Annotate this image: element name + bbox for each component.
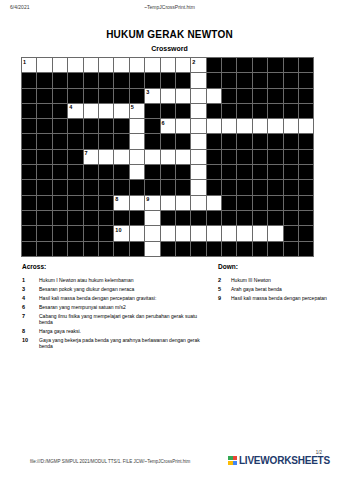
black-cell [268,73,282,87]
black-cell [253,211,267,225]
black-cell [284,196,298,210]
letter-cell[interactable] [191,226,205,240]
black-cell [268,165,282,179]
black-cell [268,196,282,210]
letter-cell[interactable] [299,119,313,133]
black-cell [84,165,98,179]
black-cell [84,242,98,256]
black-cell [114,134,128,148]
black-cell [268,242,282,256]
letter-cell[interactable]: 9 [145,196,159,210]
clue-text: Gaya yang bekerja pada benda yang arahny… [39,337,210,350]
black-cell [130,73,144,87]
letter-cell[interactable] [268,226,282,240]
black-cell [53,211,67,225]
letter-cell[interactable] [207,119,221,133]
black-cell [99,134,113,148]
down-clues-section: Down: 2Hukum III Newton5Arah gaya berat … [218,263,334,304]
down-clues-list: 2Hukum III Newton5Arah gaya berat benda9… [218,277,334,301]
clue-number-label: 9 [146,196,149,202]
clue-number: 3 [22,286,32,292]
black-cell [53,150,67,164]
black-cell [176,104,190,118]
letter-cell[interactable] [130,119,144,133]
across-clues-section: Across: 1Hukum I Newton atau hukum kelem… [22,263,210,352]
black-cell [284,89,298,103]
black-cell [207,58,221,72]
black-cell [222,242,236,256]
letter-cell[interactable] [176,150,190,164]
black-cell [22,150,36,164]
clue-number: 6 [22,304,32,310]
black-cell [99,196,113,210]
letter-cell[interactable]: 7 [84,150,98,164]
clue-number-label: 5 [131,104,134,110]
black-cell [237,89,251,103]
letter-cell[interactable] [130,196,144,210]
page-title: HUKUM GERAK NEWTON [0,29,339,40]
across-clues-list: 1Hukum I Newton atau hukum kelembaman3Be… [22,277,210,350]
black-cell [37,150,51,164]
clue-number-label: 1 [23,59,26,65]
clue-number-label: 7 [85,150,88,156]
black-cell [114,242,128,256]
letter-cell[interactable] [84,58,98,72]
black-cell [84,89,98,103]
black-cell [253,180,267,194]
black-cell [299,211,313,225]
letter-cell[interactable] [130,134,144,148]
black-cell [22,104,36,118]
black-cell [222,134,236,148]
black-cell [84,196,98,210]
black-cell [207,165,221,179]
black-cell [114,119,128,133]
black-cell [253,73,267,87]
clue-row: 6Besaran yang mempunyai satuan m/s2 [22,304,210,310]
clue-number: 4 [22,295,32,301]
black-cell [37,134,51,148]
black-cell [253,104,267,118]
black-cell [145,73,159,87]
black-cell [237,242,251,256]
clue-text: Hasil kali massa benda dengan percepatan [231,295,327,301]
black-cell [284,211,298,225]
black-cell [299,165,313,179]
black-cell [237,165,251,179]
clue-number-label: 2 [192,59,195,65]
clue-text: Harga gaya reaksi. [39,328,81,334]
letter-cell[interactable] [207,196,221,210]
black-cell [176,180,190,194]
black-cell [37,89,51,103]
black-cell [207,134,221,148]
letter-cell[interactable] [161,89,175,103]
black-cell [22,73,36,87]
black-cell [22,242,36,256]
black-cell [207,211,221,225]
black-cell [130,211,144,225]
letter-cell[interactable] [53,58,67,72]
black-cell [68,226,82,240]
black-cell [222,211,236,225]
black-cell [299,180,313,194]
black-cell [284,104,298,118]
black-cell [207,73,221,87]
black-cell [253,165,267,179]
letter-cell[interactable] [207,89,221,103]
black-cell [99,180,113,194]
black-cell [130,242,144,256]
letter-cell[interactable] [161,196,175,210]
clue-number-label: 10 [115,227,121,233]
black-cell [237,134,251,148]
clue-number: 8 [22,328,32,334]
letter-cell[interactable] [161,150,175,164]
letter-cell[interactable]: 1 [22,58,36,72]
letter-cell[interactable] [161,226,175,240]
liveworksheets-logo: LIVEWORKSHEETS [228,455,330,466]
black-cell [222,73,236,87]
black-cell [284,134,298,148]
black-cell [161,165,175,179]
logo-color-square [233,461,237,465]
black-cell [68,89,82,103]
letter-cell[interactable] [145,211,159,225]
black-cell [37,165,51,179]
black-cell [253,58,267,72]
black-cell [237,73,251,87]
black-cell [37,226,51,240]
black-cell [268,89,282,103]
letter-cell[interactable] [114,150,128,164]
black-cell [84,180,98,194]
letter-cell[interactable]: 10 [114,226,128,240]
black-cell [68,134,82,148]
letter-cell[interactable] [176,58,190,72]
letter-cell[interactable]: 3 [145,89,159,103]
black-cell [299,89,313,103]
black-cell [161,73,175,87]
black-cell [207,242,221,256]
black-cell [84,211,98,225]
logo-color-square [233,456,237,460]
black-cell [99,226,113,240]
letter-cell[interactable] [145,150,159,164]
letter-cell[interactable] [145,242,159,256]
letter-cell[interactable] [253,119,267,133]
letter-cell[interactable] [237,226,251,240]
across-heading: Across: [22,263,210,270]
black-cell [222,150,236,164]
black-cell [99,119,113,133]
black-cell [191,242,205,256]
black-cell [176,73,190,87]
black-cell [130,89,144,103]
letter-cell[interactable] [176,89,190,103]
black-cell [299,73,313,87]
black-cell [299,242,313,256]
black-cell [130,180,144,194]
black-cell [253,242,267,256]
black-cell [145,180,159,194]
black-cell [53,119,67,133]
clue-number: 9 [218,295,226,301]
black-cell [84,226,98,240]
clue-text: Hukum III Newton [231,277,271,283]
logo-color-square [228,461,232,465]
clue-row: 1Hukum I Newton atau hukum kelembaman [22,277,210,283]
black-cell [22,196,36,210]
black-cell [161,180,175,194]
letter-cell[interactable] [130,150,144,164]
letter-cell[interactable] [161,58,175,72]
black-cell [299,196,313,210]
letter-cell[interactable] [191,104,205,118]
black-cell [114,165,128,179]
black-cell [37,211,51,225]
letter-cell[interactable] [176,119,190,133]
black-cell [284,150,298,164]
clue-number: 5 [218,286,226,292]
clue-row: 4Hasil kali massa benda dengan percepata… [22,295,210,301]
black-cell [161,134,175,148]
black-cell [268,134,282,148]
black-cell [84,134,98,148]
letter-cell[interactable] [130,165,144,179]
black-cell [53,104,67,118]
black-cell [37,180,51,194]
black-cell [53,196,67,210]
black-cell [53,165,67,179]
black-cell [176,242,190,256]
black-cell [299,134,313,148]
black-cell [237,150,251,164]
black-cell [68,242,82,256]
black-cell [68,180,82,194]
black-cell [53,73,67,87]
letter-cell[interactable] [37,58,51,72]
black-cell [284,226,298,240]
black-cell [284,180,298,194]
black-cell [299,150,313,164]
black-cell [268,58,282,72]
black-cell [268,211,282,225]
black-cell [222,196,236,210]
letter-cell[interactable] [191,89,205,103]
clue-number: 1 [22,277,32,283]
clue-row: 3Besaran pokok yang diukur dengan neraca [22,286,210,292]
letter-cell[interactable] [84,104,98,118]
liveworksheets-grid-icon [228,456,237,465]
document-name: ~TempJCrossPrint.htm [0,4,339,10]
liveworksheets-wordmark: LIVEWORKSHEETS [239,455,330,466]
letter-cell[interactable] [130,226,144,240]
clue-row: 9Hasil kali massa benda dengan percepata… [218,295,334,301]
black-cell [237,196,251,210]
black-cell [176,165,190,179]
black-cell [145,104,159,118]
black-cell [37,119,51,133]
clue-row: 5Arah gaya berat benda [218,286,334,292]
black-cell [99,211,113,225]
letter-cell[interactable] [207,226,221,240]
black-cell [237,211,251,225]
letter-cell[interactable] [99,150,113,164]
letter-cell[interactable]: 5 [130,104,144,118]
black-cell [176,211,190,225]
footer-file-path: file:///D:/MGMP SIMPUL 2021/MODUL TTS/1.… [30,459,190,464]
letter-cell[interactable] [191,150,205,164]
black-cell [222,89,236,103]
black-cell [284,242,298,256]
clue-number-label: 6 [162,120,165,126]
black-cell [99,89,113,103]
black-cell [22,89,36,103]
black-cell [145,165,159,179]
black-cell [84,73,98,87]
letter-cell[interactable] [191,180,205,194]
black-cell [222,165,236,179]
black-cell [22,165,36,179]
letter-cell[interactable] [191,134,205,148]
clue-text: Besaran pokok yang diukur dengan neraca [39,286,134,292]
clue-number: 10 [22,337,32,350]
letter-cell[interactable]: 6 [161,119,175,133]
clue-number-label: 8 [115,196,118,202]
crossword-grid: 12345678910 [21,57,314,257]
black-cell [176,134,190,148]
letter-cell[interactable] [114,104,128,118]
black-cell [145,119,159,133]
black-cell [161,104,175,118]
letter-cell[interactable] [222,119,236,133]
clue-row: 8Harga gaya reaksi. [22,328,210,334]
letter-cell[interactable] [145,226,159,240]
black-cell [68,119,82,133]
black-cell [268,104,282,118]
clue-number: 2 [218,277,226,283]
black-cell [253,134,267,148]
black-cell [22,211,36,225]
letter-cell[interactable]: 4 [68,104,82,118]
black-cell [114,73,128,87]
black-cell [207,104,221,118]
black-cell [53,226,67,240]
clue-number-label: 3 [146,89,149,95]
letter-cell[interactable] [268,119,282,133]
black-cell [299,226,313,240]
black-cell [237,58,251,72]
clue-row: 10Gaya yang bekerja pada benda yang arah… [22,337,210,350]
letter-cell[interactable] [130,58,144,72]
clue-text: Arah gaya berat benda [231,286,282,292]
letter-cell[interactable]: 8 [114,196,128,210]
letter-cell[interactable] [191,196,205,210]
letter-cell[interactable] [253,226,267,240]
black-cell [222,58,236,72]
black-cell [161,242,175,256]
print-page: 6/4/2021 ~TempJCrossPrint.htm HUKUM GERA… [0,0,339,480]
letter-cell[interactable]: 2 [191,58,205,72]
letter-cell[interactable] [284,119,298,133]
logo-color-square [228,456,232,460]
letter-cell[interactable] [114,58,128,72]
clue-number-label: 4 [69,104,72,110]
black-cell [68,73,82,87]
black-cell [207,180,221,194]
black-cell [253,196,267,210]
black-cell [37,73,51,87]
black-cell [53,89,67,103]
black-cell [114,89,128,103]
black-cell [114,211,128,225]
clue-text: Hasil kali massa benda dengan percepatan… [39,295,156,301]
black-cell [253,150,267,164]
black-cell [68,150,82,164]
clue-text: Hukum I Newton atau hukum kelembaman [39,277,134,283]
black-cell [68,196,82,210]
black-cell [99,242,113,256]
clue-text: Besaran yang mempunyai satuan m/s2 [39,304,126,310]
black-cell [22,134,36,148]
black-cell [237,104,251,118]
black-cell [84,119,98,133]
black-cell [114,180,128,194]
letter-cell[interactable] [191,73,205,87]
black-cell [53,242,67,256]
letter-cell[interactable] [145,58,159,72]
black-cell [299,104,313,118]
black-cell [207,150,221,164]
black-cell [299,58,313,72]
letter-cell[interactable] [222,226,236,240]
black-cell [284,73,298,87]
black-cell [161,211,175,225]
clue-text: Cabang ilmu fisika yang mempelajari gera… [39,313,210,326]
black-cell [99,73,113,87]
clue-row: 2Hukum III Newton [218,277,334,283]
letter-cell[interactable] [191,165,205,179]
black-cell [237,180,251,194]
letter-cell[interactable] [191,119,205,133]
letter-cell[interactable] [68,58,82,72]
letter-cell[interactable] [99,104,113,118]
black-cell [99,165,113,179]
letter-cell[interactable] [176,226,190,240]
letter-cell[interactable] [237,119,251,133]
black-cell [284,58,298,72]
black-cell [37,196,51,210]
black-cell [191,211,205,225]
black-cell [22,119,36,133]
down-heading: Down: [218,263,334,270]
black-cell [53,180,67,194]
clue-number: 7 [22,313,32,326]
clue-row: 7Cabang ilmu fisika yang mempelajari ger… [22,313,210,326]
black-cell [68,211,82,225]
letter-cell[interactable] [99,58,113,72]
letter-cell[interactable] [176,196,190,210]
black-cell [37,242,51,256]
black-cell [22,180,36,194]
black-cell [253,89,267,103]
black-cell [268,150,282,164]
black-cell [145,134,159,148]
black-cell [22,226,36,240]
black-cell [68,165,82,179]
puzzle-type-label: Crossword [0,45,339,52]
